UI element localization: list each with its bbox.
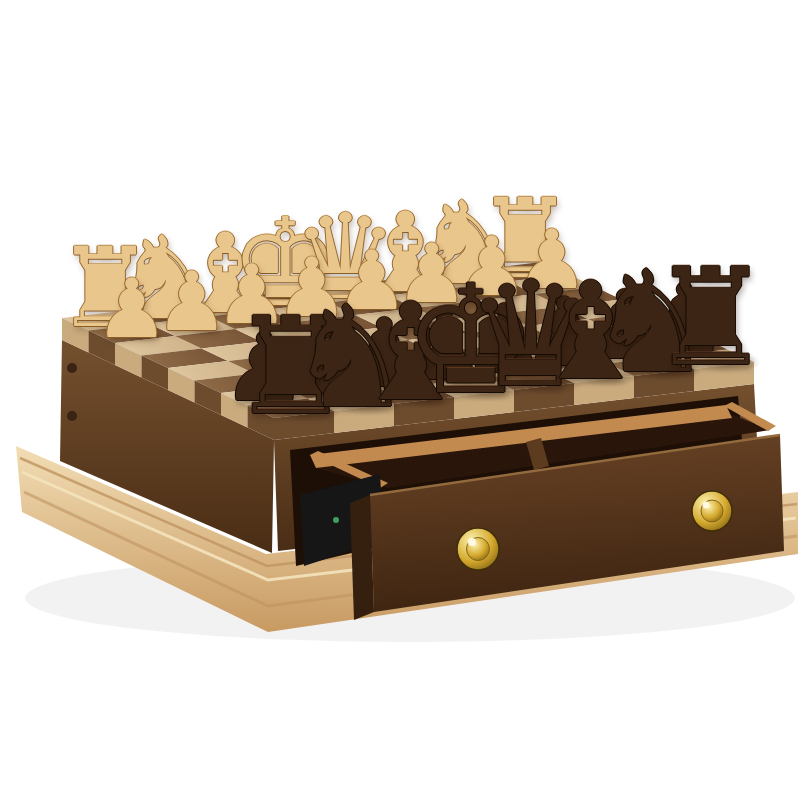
drawer-knob-right[interactable] <box>692 491 732 531</box>
dowel-pin <box>67 411 77 421</box>
chess-set-photo: ♜♞♝♚♛♝♞♜♟♟♟♟♟♟♟♟♟♟♟♟♟♟♟♟♜♞♝♚♛♝♞♜ <box>0 0 800 800</box>
slide-screw <box>333 517 339 523</box>
drawer-front-end-grain <box>350 495 374 620</box>
drawer-knob-left[interactable] <box>457 528 499 570</box>
dowel-pin <box>67 363 77 373</box>
